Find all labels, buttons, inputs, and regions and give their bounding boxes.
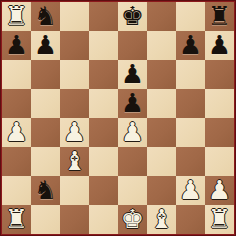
- square-c3[interactable]: ♝: [60, 147, 89, 176]
- square-f4[interactable]: [147, 118, 176, 147]
- square-h7[interactable]: ♟: [205, 31, 234, 60]
- square-e5[interactable]: ♟: [118, 89, 147, 118]
- square-d2[interactable]: [89, 176, 118, 205]
- square-d1[interactable]: [89, 205, 118, 234]
- piece-black-pawn[interactable]: ♟: [34, 31, 57, 60]
- square-b1[interactable]: [31, 205, 60, 234]
- piece-black-pawn[interactable]: ♟: [208, 31, 231, 60]
- square-b5[interactable]: [31, 89, 60, 118]
- piece-white-rook[interactable]: ♜: [208, 205, 231, 234]
- square-c5[interactable]: [60, 89, 89, 118]
- square-a5[interactable]: [2, 89, 31, 118]
- piece-white-pawn[interactable]: ♟: [5, 118, 28, 147]
- square-a7[interactable]: ♟: [2, 31, 31, 60]
- piece-white-pawn[interactable]: ♟: [208, 176, 231, 205]
- piece-black-pawn[interactable]: ♟: [179, 31, 202, 60]
- square-e6[interactable]: ♟: [118, 60, 147, 89]
- piece-black-pawn[interactable]: ♟: [121, 89, 144, 118]
- square-c6[interactable]: [60, 60, 89, 89]
- square-b8[interactable]: ♞: [31, 2, 60, 31]
- piece-white-bishop[interactable]: ♝: [150, 205, 173, 234]
- square-e1[interactable]: ♚: [118, 205, 147, 234]
- square-d3[interactable]: [89, 147, 118, 176]
- square-h8[interactable]: ♜: [205, 2, 234, 31]
- square-h2[interactable]: ♟: [205, 176, 234, 205]
- piece-black-rook[interactable]: ♜: [208, 2, 231, 31]
- square-e2[interactable]: [118, 176, 147, 205]
- piece-white-bishop[interactable]: ♝: [63, 147, 86, 176]
- square-c1[interactable]: [60, 205, 89, 234]
- square-a4[interactable]: ♟: [2, 118, 31, 147]
- square-b6[interactable]: [31, 60, 60, 89]
- piece-black-king[interactable]: ♚: [121, 2, 144, 31]
- square-f6[interactable]: [147, 60, 176, 89]
- piece-white-pawn[interactable]: ♟: [179, 176, 202, 205]
- square-g3[interactable]: [176, 147, 205, 176]
- square-e3[interactable]: [118, 147, 147, 176]
- square-g1[interactable]: [176, 205, 205, 234]
- piece-black-pawn[interactable]: ♟: [121, 60, 144, 89]
- square-e4[interactable]: ♟: [118, 118, 147, 147]
- square-d7[interactable]: [89, 31, 118, 60]
- chess-board-frame: ♜♞♚♜♟♟♟♟♟♟♟♟♟♝♞♟♟♜♚♝♜: [0, 0, 236, 236]
- square-b4[interactable]: [31, 118, 60, 147]
- square-c8[interactable]: [60, 2, 89, 31]
- square-h3[interactable]: [205, 147, 234, 176]
- square-f2[interactable]: [147, 176, 176, 205]
- square-b2[interactable]: ♞: [31, 176, 60, 205]
- square-h4[interactable]: [205, 118, 234, 147]
- square-g6[interactable]: [176, 60, 205, 89]
- square-a8[interactable]: ♜: [2, 2, 31, 31]
- piece-white-king[interactable]: ♚: [121, 205, 144, 234]
- piece-white-rook[interactable]: ♜: [5, 205, 28, 234]
- square-d4[interactable]: [89, 118, 118, 147]
- square-b7[interactable]: ♟: [31, 31, 60, 60]
- square-f7[interactable]: [147, 31, 176, 60]
- square-f3[interactable]: [147, 147, 176, 176]
- square-a2[interactable]: [2, 176, 31, 205]
- square-c2[interactable]: [60, 176, 89, 205]
- square-g4[interactable]: [176, 118, 205, 147]
- square-h5[interactable]: [205, 89, 234, 118]
- square-a3[interactable]: [2, 147, 31, 176]
- square-g5[interactable]: [176, 89, 205, 118]
- piece-white-pawn[interactable]: ♟: [63, 118, 86, 147]
- square-e8[interactable]: ♚: [118, 2, 147, 31]
- square-a1[interactable]: ♜: [2, 205, 31, 234]
- square-d8[interactable]: [89, 2, 118, 31]
- square-d5[interactable]: [89, 89, 118, 118]
- piece-white-pawn[interactable]: ♟: [121, 118, 144, 147]
- chess-board: ♜♞♚♜♟♟♟♟♟♟♟♟♟♝♞♟♟♜♚♝♜: [2, 2, 234, 234]
- square-c4[interactable]: ♟: [60, 118, 89, 147]
- square-h1[interactable]: ♜: [205, 205, 234, 234]
- square-f1[interactable]: ♝: [147, 205, 176, 234]
- square-a6[interactable]: [2, 60, 31, 89]
- piece-white-rook[interactable]: ♜: [5, 2, 28, 31]
- square-f8[interactable]: [147, 2, 176, 31]
- square-f5[interactable]: [147, 89, 176, 118]
- piece-black-pawn[interactable]: ♟: [5, 31, 28, 60]
- square-h6[interactable]: [205, 60, 234, 89]
- piece-black-knight[interactable]: ♞: [34, 176, 57, 205]
- piece-black-knight[interactable]: ♞: [34, 2, 57, 31]
- square-c7[interactable]: [60, 31, 89, 60]
- square-e7[interactable]: [118, 31, 147, 60]
- square-g2[interactable]: ♟: [176, 176, 205, 205]
- square-g7[interactable]: ♟: [176, 31, 205, 60]
- square-b3[interactable]: [31, 147, 60, 176]
- square-g8[interactable]: [176, 2, 205, 31]
- square-d6[interactable]: [89, 60, 118, 89]
